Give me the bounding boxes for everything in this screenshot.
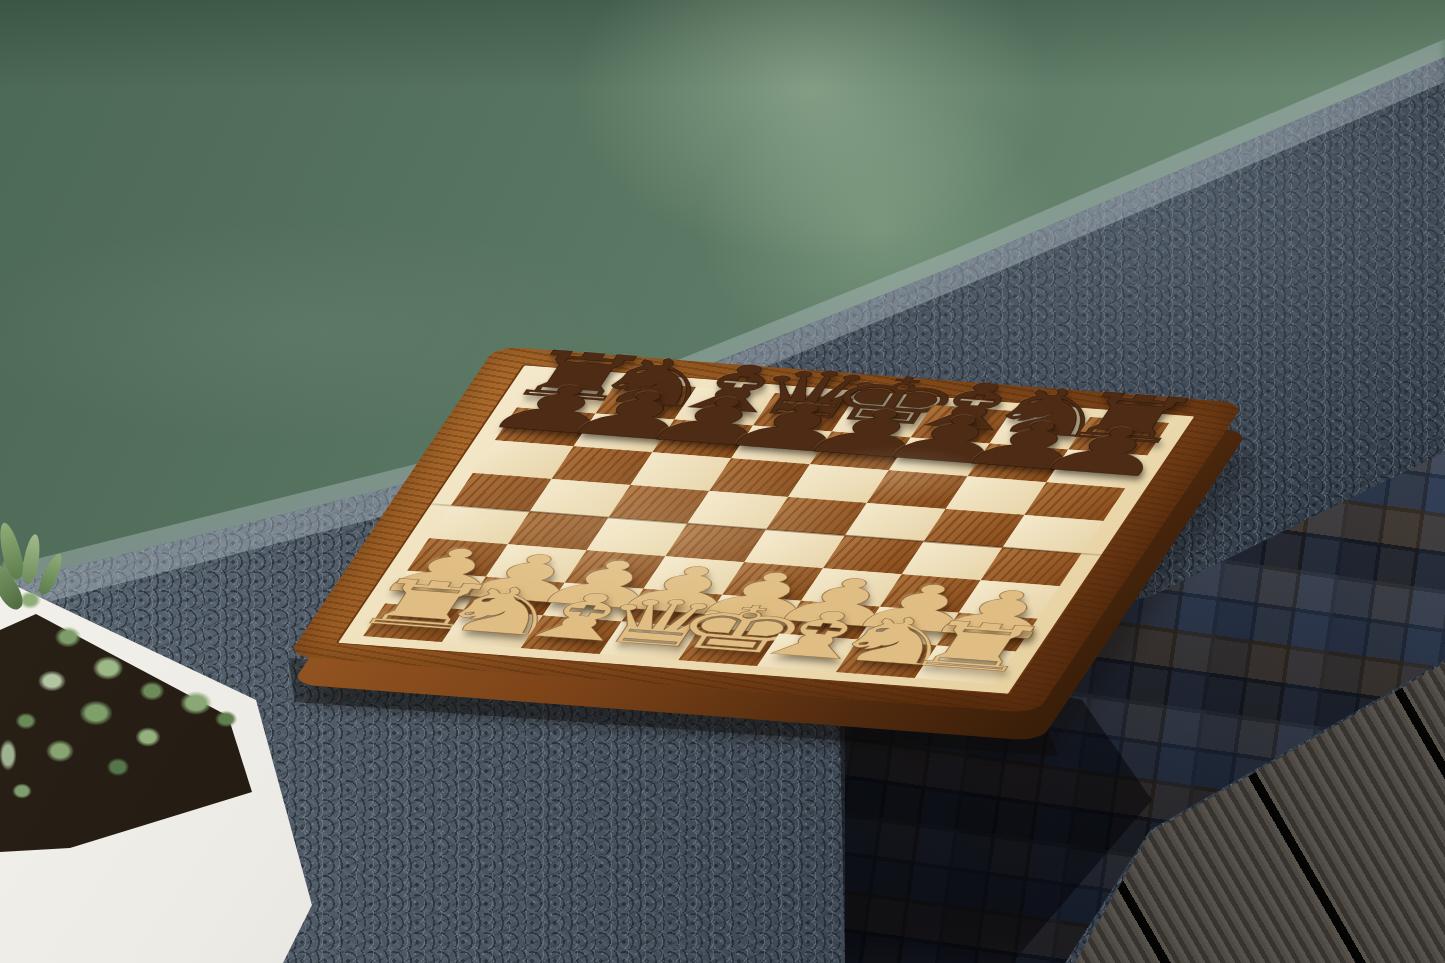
poolside-chess-scene: ♜♞♝♛♚♝♞♜♟♟♟♟♟♟♟♟♟♟♟♟♟♟♟♟♜♞♝♛♚♝♞♜ Standar… [0,0,1445,963]
white-rook-icon: ♜ [891,611,1065,682]
succulent-plants [0,505,300,825]
square-h1[interactable]: ♜ [915,645,1016,684]
board-grid: ♜♞♝♛♚♝♞♜♟♟♟♟♟♟♟♟♟♟♟♟♟♟♟♟♜♞♝♛♚♝♞♜ [363,375,1169,684]
board-border-band: ♜♞♝♛♚♝♞♜♟♟♟♟♟♟♟♟♟♟♟♟♟♟♟♟♜♞♝♛♚♝♞♜ [336,364,1197,694]
black-pawn-icon: ♟ [1022,415,1196,486]
